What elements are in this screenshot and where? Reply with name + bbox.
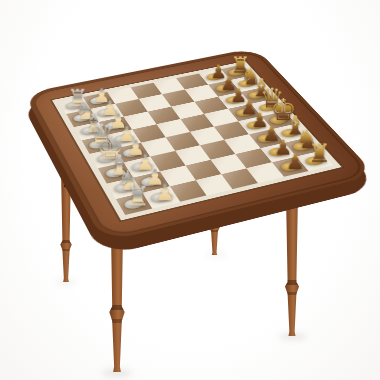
white-rook[interactable]: ♜ <box>123 183 152 210</box>
chess-table-photo: ♜♟♟♜♞♟♟♞♝♟♟♝♛♟♟♛♚♟♟♚♝♟♟♝♞♟♟♞♜♟♟♜ <box>0 0 380 380</box>
table-top-plane: ♜♟♟♜♞♟♟♞♝♟♟♝♛♟♟♛♚♟♟♚♝♟♟♝♞♟♟♞♜♟♟♜ <box>24 48 377 243</box>
table-top-scene: ♜♟♟♜♞♟♟♞♝♟♟♝♛♟♟♛♚♟♟♚♝♟♟♝♞♟♟♞♜♟♟♜ <box>55 0 325 267</box>
white-pawn[interactable]: ♟ <box>151 181 180 203</box>
black-pawn[interactable]: ♟ <box>281 151 309 172</box>
black-rook[interactable]: ♜ <box>306 141 334 166</box>
